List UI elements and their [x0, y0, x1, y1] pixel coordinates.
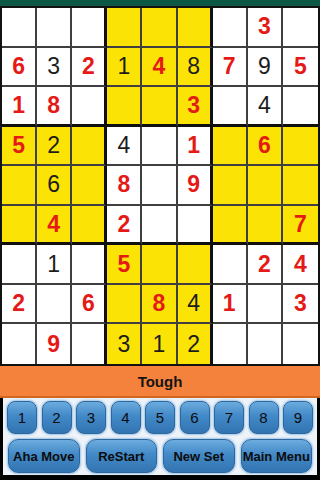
action-bar: Aha MoveReStartNew SetMain Menu: [5, 434, 315, 473]
cell-r1c4[interactable]: [107, 8, 142, 48]
cell-r3c3[interactable]: [72, 87, 107, 127]
cell-r8c5[interactable]: 8: [142, 285, 177, 325]
numpad-button-1[interactable]: 1: [7, 401, 37, 434]
cell-r6c1[interactable]: [2, 206, 37, 246]
cell-r3c7[interactable]: [213, 87, 248, 127]
aha-move-button[interactable]: Aha Move: [8, 439, 80, 473]
cell-r2c3[interactable]: 2: [72, 48, 107, 88]
cell-r8c9[interactable]: 3: [283, 285, 318, 325]
cell-r4c5[interactable]: [142, 127, 177, 167]
cell-r8c6[interactable]: 4: [178, 285, 213, 325]
numpad-button-4[interactable]: 4: [111, 401, 141, 434]
cell-r1c5[interactable]: [142, 8, 177, 48]
cell-r9c1[interactable]: [2, 324, 37, 364]
cell-r2c7[interactable]: 7: [213, 48, 248, 88]
cell-r1c2[interactable]: [37, 8, 72, 48]
cell-r2c9[interactable]: 5: [283, 48, 318, 88]
cell-r4c6[interactable]: 1: [178, 127, 213, 167]
difficulty-label: Tough: [138, 373, 183, 390]
cell-r1c6[interactable]: [178, 8, 213, 48]
cell-r8c3[interactable]: 6: [72, 285, 107, 325]
cell-r9c3[interactable]: [72, 324, 107, 364]
cell-r3c5[interactable]: [142, 87, 177, 127]
cell-r9c6[interactable]: 2: [178, 324, 213, 364]
numpad-button-6[interactable]: 6: [180, 401, 210, 434]
cell-r6c4[interactable]: 2: [107, 206, 142, 246]
cell-r8c8[interactable]: [248, 285, 283, 325]
cell-r5c1[interactable]: [2, 166, 37, 206]
cell-r5c8[interactable]: [248, 166, 283, 206]
numpad-button-7[interactable]: 7: [214, 401, 244, 434]
cell-r6c7[interactable]: [213, 206, 248, 246]
cell-r8c1[interactable]: 2: [2, 285, 37, 325]
cell-r1c1[interactable]: [2, 8, 37, 48]
numpad-button-3[interactable]: 3: [76, 401, 106, 434]
cell-r8c7[interactable]: 1: [213, 285, 248, 325]
cell-r2c2[interactable]: 3: [37, 48, 72, 88]
cell-r6c8[interactable]: [248, 206, 283, 246]
cell-r7c4[interactable]: 5: [107, 245, 142, 285]
cell-r9c8[interactable]: [248, 324, 283, 364]
cell-r6c5[interactable]: [142, 206, 177, 246]
cell-r4c3[interactable]: [72, 127, 107, 167]
control-panel: 123456789 Aha MoveReStartNew SetMain Men…: [0, 398, 320, 480]
cell-r7c8[interactable]: 2: [248, 245, 283, 285]
cell-r5c5[interactable]: [142, 166, 177, 206]
main-menu-button[interactable]: Main Menu: [241, 439, 313, 473]
new-set-button[interactable]: New Set: [163, 439, 235, 473]
cell-r1c3[interactable]: [72, 8, 107, 48]
cell-r9c7[interactable]: [213, 324, 248, 364]
cell-r4c2[interactable]: 2: [37, 127, 72, 167]
cell-r8c2[interactable]: [37, 285, 72, 325]
cell-r6c9[interactable]: 7: [283, 206, 318, 246]
cell-r7c6[interactable]: [178, 245, 213, 285]
cell-r4c8[interactable]: 6: [248, 127, 283, 167]
cell-r4c7[interactable]: [213, 127, 248, 167]
cell-r3c6[interactable]: 3: [178, 87, 213, 127]
cell-r2c6[interactable]: 8: [178, 48, 213, 88]
cell-r5c3[interactable]: [72, 166, 107, 206]
cell-r4c1[interactable]: 5: [2, 127, 37, 167]
cell-r7c7[interactable]: [213, 245, 248, 285]
number-pad: 123456789: [5, 400, 315, 434]
cell-r5c9[interactable]: [283, 166, 318, 206]
cell-r3c2[interactable]: 8: [37, 87, 72, 127]
cell-r2c4[interactable]: 1: [107, 48, 142, 88]
cell-r2c5[interactable]: 4: [142, 48, 177, 88]
sudoku-board: 363214879518345241668942715242684139312: [0, 6, 320, 366]
cell-r1c9[interactable]: [283, 8, 318, 48]
cell-r3c9[interactable]: [283, 87, 318, 127]
cell-r4c9[interactable]: [283, 127, 318, 167]
cell-r2c8[interactable]: 9: [248, 48, 283, 88]
cell-r9c4[interactable]: 3: [107, 324, 142, 364]
numpad-button-2[interactable]: 2: [42, 401, 72, 434]
cell-r3c1[interactable]: 1: [2, 87, 37, 127]
cell-r2c1[interactable]: 6: [2, 48, 37, 88]
cell-r8c4[interactable]: [107, 285, 142, 325]
cell-r7c1[interactable]: [2, 245, 37, 285]
cell-r9c2[interactable]: 9: [37, 324, 72, 364]
cell-r5c2[interactable]: 6: [37, 166, 72, 206]
cell-r1c8[interactable]: 3: [248, 8, 283, 48]
cell-r5c7[interactable]: [213, 166, 248, 206]
numpad-button-5[interactable]: 5: [145, 401, 175, 434]
numpad-button-8[interactable]: 8: [249, 401, 279, 434]
cell-r9c5[interactable]: 1: [142, 324, 177, 364]
cell-r1c7[interactable]: [213, 8, 248, 48]
cell-r3c4[interactable]: [107, 87, 142, 127]
difficulty-banner: Tough: [0, 366, 320, 398]
cell-r7c5[interactable]: [142, 245, 177, 285]
numpad-button-9[interactable]: 9: [283, 401, 313, 434]
cell-r6c3[interactable]: [72, 206, 107, 246]
cell-r6c6[interactable]: [178, 206, 213, 246]
cell-r9c9[interactable]: [283, 324, 318, 364]
cell-r5c4[interactable]: 8: [107, 166, 142, 206]
restart-button[interactable]: ReStart: [86, 439, 158, 473]
cell-r4c4[interactable]: 4: [107, 127, 142, 167]
cell-r7c3[interactable]: [72, 245, 107, 285]
cell-r7c2[interactable]: 1: [37, 245, 72, 285]
cell-r5c6[interactable]: 9: [178, 166, 213, 206]
cell-r7c9[interactable]: 4: [283, 245, 318, 285]
cell-r3c8[interactable]: 4: [248, 87, 283, 127]
cell-r6c2[interactable]: 4: [37, 206, 72, 246]
